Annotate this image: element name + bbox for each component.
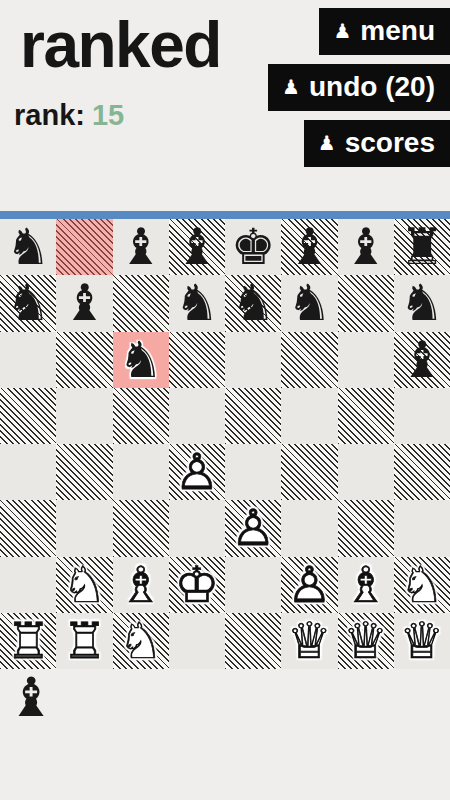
square-f2[interactable]: ♟♙ [281,557,337,613]
white-knight: ♞♘ [399,560,444,610]
undo-button-label: undo (20) [309,73,435,101]
square-a3[interactable] [0,500,56,556]
square-d3[interactable] [169,500,225,556]
black-king: ♚ [231,222,276,272]
square-h5[interactable] [394,388,450,444]
square-e4[interactable] [225,444,281,500]
black-bishop: ♝ [343,222,388,272]
square-b6[interactable] [56,332,112,388]
pawn-icon: ♟ [282,77,300,97]
square-h8[interactable]: ♜ [394,219,450,275]
rank-label: rank: [14,99,85,131]
white-king: ♚♔ [174,560,219,610]
square-h2[interactable]: ♞♘ [394,557,450,613]
white-pawn: ♟♙ [231,503,276,553]
square-g4[interactable] [338,444,394,500]
black-bishop: ♝ [287,222,332,272]
black-knight: ♞ [6,278,51,328]
square-c1[interactable]: ♞♘ [113,613,169,669]
black-knight: ♞ [6,222,51,272]
square-d6[interactable] [169,332,225,388]
square-e3[interactable]: ♟♙ [225,500,281,556]
black-bishop: ♝ [62,278,107,328]
square-g2[interactable]: ♝♗ [338,557,394,613]
pawn-icon: ♟ [318,133,336,153]
square-f4[interactable] [281,444,337,500]
black-knight: ♞ [231,278,276,328]
menu-button[interactable]: ♟ menu [319,8,450,55]
square-e1[interactable] [225,613,281,669]
square-c5[interactable] [113,388,169,444]
captured-pieces-tray: ♝ [7,671,55,725]
square-b5[interactable] [56,388,112,444]
square-d5[interactable] [169,388,225,444]
scores-button[interactable]: ♟ scores [304,120,450,167]
square-e6[interactable] [225,332,281,388]
square-h7[interactable]: ♞ [394,275,450,331]
square-d2[interactable]: ♚♔ [169,557,225,613]
square-a4[interactable] [0,444,56,500]
white-rook: ♜♖ [6,616,51,666]
square-c2[interactable]: ♝♗ [113,557,169,613]
white-rook: ♜♖ [62,616,107,666]
square-f6[interactable] [281,332,337,388]
square-a8[interactable]: ♞ [0,219,56,275]
square-c8[interactable]: ♝ [113,219,169,275]
square-c3[interactable] [113,500,169,556]
square-b1[interactable]: ♜♖ [56,613,112,669]
square-c4[interactable] [113,444,169,500]
square-f1[interactable]: ♛♕ [281,613,337,669]
pawn-icon: ♟ [333,21,351,41]
square-b3[interactable] [56,500,112,556]
square-a5[interactable] [0,388,56,444]
undo-button[interactable]: ♟ undo (20) [268,64,450,111]
hud-button-stack: ♟ menu ♟ undo (20) ♟ scores [268,8,450,167]
square-a1[interactable]: ♜♖ [0,613,56,669]
black-rook: ♜ [399,222,444,272]
square-f7[interactable]: ♞ [281,275,337,331]
square-c7[interactable] [113,275,169,331]
square-f5[interactable] [281,388,337,444]
black-bishop: ♝ [399,335,444,385]
white-queen: ♛♕ [343,616,388,666]
square-b7[interactable]: ♝ [56,275,112,331]
white-pawn: ♟♙ [287,560,332,610]
chess-board: ♞♝♝♚♝♝♜♞♝♞♞♞♞♞♝♟♙♟♙♞♘♝♗♚♔♟♙♝♗♞♘♜♖♜♖♞♘♛♕♛… [0,219,450,669]
white-queen: ♛♕ [287,616,332,666]
square-g6[interactable] [338,332,394,388]
rank-value: 15 [92,99,124,131]
square-e2[interactable] [225,557,281,613]
black-knight: ♞ [118,335,163,385]
square-f8[interactable]: ♝ [281,219,337,275]
white-bishop: ♝♗ [118,560,163,610]
square-e8[interactable]: ♚ [225,219,281,275]
black-bishop: ♝ [118,222,163,272]
page-title: ranked [20,12,221,79]
white-knight: ♞♘ [118,616,163,666]
square-h1[interactable]: ♛♕ [394,613,450,669]
square-g3[interactable] [338,500,394,556]
black-knight: ♞ [174,278,219,328]
square-d8[interactable]: ♝ [169,219,225,275]
square-b2[interactable]: ♞♘ [56,557,112,613]
square-e5[interactable] [225,388,281,444]
square-e7[interactable]: ♞ [225,275,281,331]
square-g1[interactable]: ♛♕ [338,613,394,669]
square-f3[interactable] [281,500,337,556]
square-g7[interactable] [338,275,394,331]
square-c6[interactable]: ♞ [113,332,169,388]
scores-button-label: scores [345,129,435,157]
black-bishop: ♝ [174,222,219,272]
square-b8[interactable] [56,219,112,275]
white-bishop: ♝♗ [343,560,388,610]
black-knight: ♞ [287,278,332,328]
white-queen: ♛♕ [399,616,444,666]
square-g5[interactable] [338,388,394,444]
square-h6[interactable]: ♝ [394,332,450,388]
menu-button-label: menu [360,17,435,45]
square-a6[interactable] [0,332,56,388]
square-g8[interactable]: ♝ [338,219,394,275]
captured-black-bishop: ♝ [7,671,55,725]
black-knight: ♞ [399,278,444,328]
square-h3[interactable] [394,500,450,556]
square-h4[interactable] [394,444,450,500]
square-d1[interactable] [169,613,225,669]
square-d7[interactable]: ♞ [169,275,225,331]
square-d4[interactable]: ♟♙ [169,444,225,500]
white-knight: ♞♘ [62,560,107,610]
square-a2[interactable] [0,557,56,613]
white-pawn: ♟♙ [174,447,219,497]
square-b4[interactable] [56,444,112,500]
square-a7[interactable]: ♞ [0,275,56,331]
rank-display: rank:15 [14,99,124,132]
